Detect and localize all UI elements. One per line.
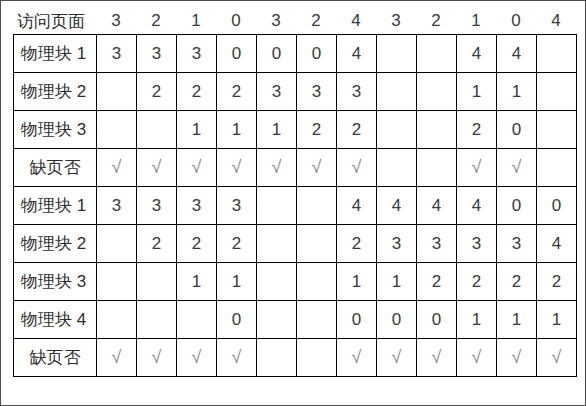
- frame-cell: 0: [497, 187, 537, 225]
- frame-cell: [257, 301, 297, 339]
- frame-cell: 0: [217, 35, 257, 73]
- frame-cell: 2: [457, 111, 497, 149]
- frame-cell: 0: [497, 111, 537, 149]
- simulation-grid: 物理块 1333000444物理块 222233311物理块 31112220缺…: [13, 34, 577, 377]
- fault-cell: [537, 149, 577, 187]
- frame-cell: 0: [217, 301, 257, 339]
- frame-cell: 0: [377, 301, 417, 339]
- frame-cell: 3: [137, 35, 177, 73]
- frame-cell: [97, 73, 137, 111]
- frame-cell: 3: [257, 73, 297, 111]
- reference-page-number: 4: [536, 11, 576, 31]
- frame-cell: 0: [537, 187, 577, 225]
- frame-cell: [297, 187, 337, 225]
- fault-cell: [257, 339, 297, 377]
- reference-page-number: 0: [496, 11, 536, 31]
- frame-cell: 3: [137, 187, 177, 225]
- frame-cell: 3: [457, 225, 497, 263]
- fault-cell: √: [537, 339, 577, 377]
- fault-cell: √: [337, 339, 377, 377]
- fault-cell: √: [177, 339, 217, 377]
- fault-cell: √: [377, 339, 417, 377]
- frame-cell: 3: [177, 187, 217, 225]
- frame-cell: 4: [497, 35, 537, 73]
- fault-cell: √: [457, 149, 497, 187]
- frame-cell: 3: [497, 225, 537, 263]
- reference-page-number: 2: [416, 11, 456, 31]
- frame-cell: 0: [297, 35, 337, 73]
- frame-cell: 1: [177, 263, 217, 301]
- frame-cell: 2: [217, 73, 257, 111]
- frame-cell: 1: [497, 73, 537, 111]
- frame-cell: 2: [417, 263, 457, 301]
- frame-cell: 3: [417, 225, 457, 263]
- frame-cell: 1: [497, 301, 537, 339]
- frame-cell: [97, 111, 137, 149]
- reference-page-number: 2: [136, 11, 176, 31]
- frame-cell: [297, 301, 337, 339]
- frame-cell: 4: [377, 187, 417, 225]
- fault-cell: √: [137, 149, 177, 187]
- frame-cell: [257, 225, 297, 263]
- frame-row-label: 物理块 3: [14, 263, 97, 301]
- frame-row-label: 物理块 2: [14, 225, 97, 263]
- fault-cell: √: [217, 339, 257, 377]
- fault-cell: [377, 149, 417, 187]
- frame-row-label: 物理块 2: [14, 73, 97, 111]
- frame-cell: [297, 263, 337, 301]
- fault-cell: √: [97, 339, 137, 377]
- frame-cell: 2: [217, 225, 257, 263]
- fault-cell: √: [497, 339, 537, 377]
- frame-cell: 2: [137, 73, 177, 111]
- fault-row-label: 缺页否: [14, 339, 97, 377]
- frame-cell: 0: [417, 301, 457, 339]
- frame-cell: 3: [97, 187, 137, 225]
- reference-string-label: 访问页面: [13, 10, 96, 33]
- frame-cell: 4: [337, 35, 377, 73]
- frame-row-label: 物理块 4: [14, 301, 97, 339]
- frame-cell: 2: [337, 225, 377, 263]
- reference-page-number: 3: [96, 11, 136, 31]
- frame-cell: 3: [297, 73, 337, 111]
- frame-cell: 2: [497, 263, 537, 301]
- frame-cell: 3: [377, 225, 417, 263]
- fault-cell: √: [257, 149, 297, 187]
- page-replacement-table: 访问页面 321032432104 物理块 1333000444物理块 2222…: [0, 0, 586, 406]
- reference-string-row: 访问页面 321032432104: [13, 8, 585, 34]
- frame-cell: [177, 301, 217, 339]
- frame-cell: 0: [257, 35, 297, 73]
- fault-cell: √: [337, 149, 377, 187]
- fault-cell: √: [457, 339, 497, 377]
- frame-cell: 2: [457, 263, 497, 301]
- fault-cell: √: [137, 339, 177, 377]
- reference-page-number: 1: [176, 11, 216, 31]
- frame-cell: 2: [177, 73, 217, 111]
- frame-cell: 1: [377, 263, 417, 301]
- frame-cell: [417, 73, 457, 111]
- frame-cell: 1: [337, 263, 377, 301]
- frame-row-label: 物理块 3: [14, 111, 97, 149]
- frame-row-label: 物理块 1: [14, 35, 97, 73]
- frame-cell: [377, 111, 417, 149]
- table-area: 访问页面 321032432104 物理块 1333000444物理块 2222…: [1, 1, 585, 377]
- frame-cell: [377, 35, 417, 73]
- fault-cell: √: [297, 149, 337, 187]
- frame-cell: [377, 73, 417, 111]
- frame-cell: [257, 263, 297, 301]
- fault-cell: [297, 339, 337, 377]
- frame-cell: [97, 301, 137, 339]
- frame-cell: 0: [337, 301, 377, 339]
- fault-cell: √: [97, 149, 137, 187]
- frame-cell: 2: [537, 263, 577, 301]
- fault-cell: √: [497, 149, 537, 187]
- frame-cell: 1: [177, 111, 217, 149]
- frame-cell: 2: [177, 225, 217, 263]
- frame-cell: [537, 111, 577, 149]
- frame-cell: 3: [337, 73, 377, 111]
- frame-cell: 1: [457, 73, 497, 111]
- frame-cell: [137, 111, 177, 149]
- frame-cell: [97, 225, 137, 263]
- reference-page-number: 3: [256, 11, 296, 31]
- frame-cell: 4: [457, 187, 497, 225]
- frame-cell: 1: [457, 301, 497, 339]
- frame-cell: 4: [417, 187, 457, 225]
- frame-row-label: 物理块 1: [14, 187, 97, 225]
- frame-cell: 4: [537, 225, 577, 263]
- reference-page-number: 3: [376, 11, 416, 31]
- frame-cell: 1: [217, 111, 257, 149]
- frame-cell: [137, 301, 177, 339]
- frame-cell: 3: [97, 35, 137, 73]
- frame-cell: 2: [137, 225, 177, 263]
- frame-cell: 3: [217, 187, 257, 225]
- frame-cell: [417, 35, 457, 73]
- reference-page-number: 4: [336, 11, 376, 31]
- frame-cell: 1: [257, 111, 297, 149]
- fault-row-label: 缺页否: [14, 149, 97, 187]
- frame-cell: 1: [217, 263, 257, 301]
- fault-cell: [417, 149, 457, 187]
- frame-cell: 2: [337, 111, 377, 149]
- reference-page-number: 0: [216, 11, 256, 31]
- frame-cell: [257, 187, 297, 225]
- frame-cell: 1: [537, 301, 577, 339]
- frame-cell: [417, 111, 457, 149]
- frame-cell: 2: [297, 111, 337, 149]
- frame-cell: 4: [337, 187, 377, 225]
- frame-cell: [297, 225, 337, 263]
- frame-cell: [537, 35, 577, 73]
- fault-cell: √: [177, 149, 217, 187]
- reference-page-number: 2: [296, 11, 336, 31]
- frame-cell: 3: [177, 35, 217, 73]
- fault-cell: √: [217, 149, 257, 187]
- frame-cell: [537, 73, 577, 111]
- reference-page-number: 1: [456, 11, 496, 31]
- frame-cell: [137, 263, 177, 301]
- frame-cell: 4: [457, 35, 497, 73]
- frame-cell: [97, 263, 137, 301]
- fault-cell: √: [417, 339, 457, 377]
